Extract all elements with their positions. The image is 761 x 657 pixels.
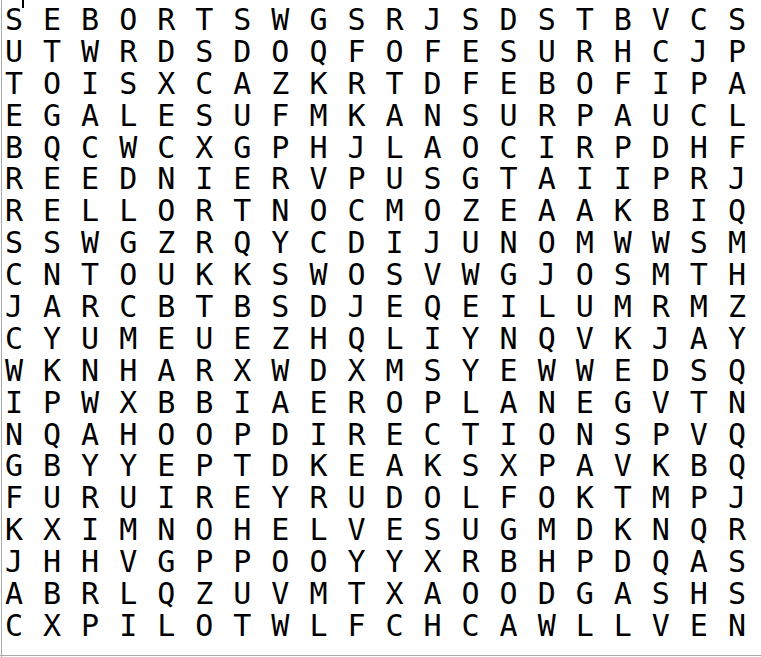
grid-cell[interactable]: E [157,323,195,355]
grid-cell[interactable]: U [157,259,195,291]
grid-cell[interactable]: Y [385,546,423,578]
grid-cell[interactable]: J [5,291,43,323]
grid-cell[interactable]: S [271,259,309,291]
grid-cell[interactable]: S [424,514,462,546]
grid-cell[interactable]: S [538,4,576,36]
grid-cell[interactable]: J [652,323,690,355]
grid-cell[interactable]: O [309,546,347,578]
grid-cell[interactable]: K [424,450,462,482]
grid-cell[interactable]: G [500,514,538,546]
grid-cell[interactable]: T [195,4,233,36]
grid-cell[interactable]: S [195,100,233,132]
grid-cell[interactable]: Q [157,578,195,610]
grid-cell[interactable]: C [119,291,157,323]
grid-cell[interactable]: S [195,36,233,68]
grid-cell[interactable]: I [233,387,271,419]
grid-cell[interactable]: C [309,227,347,259]
grid-cell[interactable]: K [614,195,652,227]
grid-cell[interactable]: W [462,259,500,291]
grid-cell[interactable]: E [233,323,271,355]
grid-cell[interactable]: E [43,4,81,36]
grid-cell[interactable]: U [233,578,271,610]
grid-cell[interactable]: I [538,132,576,164]
grid-cell[interactable]: O [500,578,538,610]
grid-cell[interactable]: W [5,355,43,387]
grid-cell[interactable]: E [233,163,271,195]
grid-cell[interactable]: R [309,482,347,514]
grid-cell[interactable]: K [43,355,81,387]
grid-cell[interactable]: A [614,100,652,132]
grid-cell[interactable]: D [233,36,271,68]
grid-cell[interactable]: J [728,163,761,195]
grid-cell[interactable]: R [576,36,614,68]
grid-cell[interactable]: L [728,100,761,132]
grid-cell[interactable]: L [309,610,347,642]
grid-cell[interactable]: H [309,132,347,164]
grid-cell[interactable]: O [309,195,347,227]
grid-cell[interactable]: T [385,68,423,100]
grid-cell[interactable]: W [81,36,119,68]
grid-cell[interactable]: C [157,132,195,164]
grid-cell[interactable]: A [385,450,423,482]
grid-cell[interactable]: S [614,259,652,291]
grid-cell[interactable]: N [43,259,81,291]
grid-cell[interactable]: O [43,68,81,100]
grid-cell[interactable]: Q [43,132,81,164]
grid-cell[interactable]: A [271,387,309,419]
grid-cell[interactable]: D [271,419,309,451]
grid-cell[interactable]: D [424,68,462,100]
grid-cell[interactable]: R [347,419,385,451]
grid-cell[interactable]: Z [271,68,309,100]
grid-cell[interactable]: Q [233,227,271,259]
grid-cell[interactable]: K [652,450,690,482]
grid-cell[interactable]: T [690,387,728,419]
grid-cell[interactable]: D [119,163,157,195]
grid-cell[interactable]: D [385,482,423,514]
grid-cell[interactable]: A [576,450,614,482]
grid-cell[interactable]: R [462,546,500,578]
grid-cell[interactable]: W [652,227,690,259]
grid-cell[interactable]: I [690,195,728,227]
grid-cell[interactable]: G [119,227,157,259]
grid-cell[interactable]: N [500,323,538,355]
grid-cell[interactable]: M [690,291,728,323]
grid-cell[interactable]: T [690,259,728,291]
grid-cell[interactable]: S [728,578,761,610]
grid-cell[interactable]: S [728,4,761,36]
grid-cell[interactable]: C [5,259,43,291]
grid-cell[interactable]: L [385,132,423,164]
grid-cell[interactable]: F [614,68,652,100]
grid-cell[interactable]: C [652,36,690,68]
grid-cell[interactable]: C [385,610,423,642]
grid-cell[interactable]: M [576,227,614,259]
grid-cell[interactable]: G [500,259,538,291]
grid-cell[interactable]: V [690,419,728,451]
grid-cell[interactable]: W [271,610,309,642]
grid-cell[interactable]: P [81,610,119,642]
grid-cell[interactable]: S [43,227,81,259]
grid-cell[interactable]: H [233,514,271,546]
grid-cell[interactable]: P [576,100,614,132]
grid-cell[interactable]: L [309,514,347,546]
grid-cell[interactable]: C [424,419,462,451]
grid-cell[interactable]: W [309,259,347,291]
grid-cell[interactable]: E [500,68,538,100]
grid-cell[interactable]: S [119,68,157,100]
grid-cell[interactable]: T [233,610,271,642]
grid-cell[interactable]: X [233,355,271,387]
grid-cell[interactable]: E [81,163,119,195]
grid-cell[interactable]: V [576,323,614,355]
grid-cell[interactable]: T [233,450,271,482]
grid-cell[interactable]: D [652,132,690,164]
grid-cell[interactable]: R [81,291,119,323]
grid-cell[interactable]: U [347,482,385,514]
grid-cell[interactable]: B [157,387,195,419]
grid-cell[interactable]: V [424,259,462,291]
grid-cell[interactable]: E [462,291,500,323]
grid-cell[interactable]: E [233,482,271,514]
grid-cell[interactable]: I [385,227,423,259]
grid-cell[interactable]: W [81,387,119,419]
grid-cell[interactable]: H [81,546,119,578]
grid-cell[interactable]: F [500,482,538,514]
grid-cell[interactable]: E [690,610,728,642]
grid-cell[interactable]: J [347,132,385,164]
grid-cell[interactable]: R [347,68,385,100]
grid-cell[interactable]: D [652,355,690,387]
grid-cell[interactable]: D [614,546,652,578]
grid-cell[interactable]: V [652,387,690,419]
grid-cell[interactable]: L [462,482,500,514]
grid-cell[interactable]: F [271,100,309,132]
grid-cell[interactable]: A [500,387,538,419]
grid-cell[interactable]: H [690,132,728,164]
grid-cell[interactable]: E [157,100,195,132]
grid-cell[interactable]: U [576,291,614,323]
grid-cell[interactable]: Y [271,482,309,514]
grid-cell[interactable]: S [424,355,462,387]
grid-cell[interactable]: V [309,163,347,195]
grid-cell[interactable]: F [347,36,385,68]
grid-cell[interactable]: W [119,132,157,164]
grid-cell[interactable]: U [538,36,576,68]
grid-cell[interactable]: F [347,610,385,642]
grid-cell[interactable]: S [5,4,43,36]
grid-cell[interactable]: A [538,195,576,227]
grid-cell[interactable]: S [462,100,500,132]
grid-cell[interactable]: Y [347,546,385,578]
grid-cell[interactable]: P [728,36,761,68]
grid-cell[interactable]: T [462,419,500,451]
grid-cell[interactable]: U [43,482,81,514]
grid-cell[interactable]: A [5,578,43,610]
grid-cell[interactable]: S [728,546,761,578]
grid-cell[interactable]: R [195,355,233,387]
grid-cell[interactable]: U [385,163,423,195]
grid-cell[interactable]: A [538,163,576,195]
grid-cell[interactable]: A [424,132,462,164]
grid-cell[interactable]: E [347,450,385,482]
grid-cell[interactable]: O [462,132,500,164]
grid-cell[interactable]: M [385,355,423,387]
grid-cell[interactable]: Z [462,195,500,227]
grid-cell[interactable]: S [462,4,500,36]
grid-cell[interactable]: W [538,355,576,387]
grid-cell[interactable]: W [271,355,309,387]
grid-cell[interactable]: U [233,100,271,132]
grid-cell[interactable]: O [424,482,462,514]
grid-cell[interactable]: D [538,578,576,610]
grid-cell[interactable]: U [462,227,500,259]
grid-cell[interactable]: E [614,355,652,387]
grid-cell[interactable]: I [576,163,614,195]
grid-cell[interactable]: M [119,323,157,355]
grid-cell[interactable]: A [424,578,462,610]
grid-cell[interactable]: V [271,578,309,610]
grid-cell[interactable]: Q [690,514,728,546]
grid-cell[interactable]: N [538,387,576,419]
grid-cell[interactable]: Y [119,450,157,482]
grid-cell[interactable]: D [576,514,614,546]
grid-cell[interactable]: J [5,546,43,578]
grid-cell[interactable]: M [652,259,690,291]
grid-cell[interactable]: Q [728,419,761,451]
grid-cell[interactable]: D [271,450,309,482]
grid-cell[interactable]: M [309,100,347,132]
grid-cell[interactable]: N [157,163,195,195]
grid-cell[interactable]: N [576,419,614,451]
grid-cell[interactable]: M [385,195,423,227]
grid-cell[interactable]: O [385,36,423,68]
grid-cell[interactable]: W [576,355,614,387]
grid-cell[interactable]: O [538,482,576,514]
grid-cell[interactable]: G [5,450,43,482]
grid-cell[interactable]: P [690,482,728,514]
grid-cell[interactable]: Q [309,36,347,68]
grid-cell[interactable]: W [614,227,652,259]
grid-cell[interactable]: V [347,514,385,546]
grid-cell[interactable]: G [157,546,195,578]
grid-cell[interactable]: L [119,100,157,132]
grid-cell[interactable]: K [233,259,271,291]
grid-cell[interactable]: X [195,132,233,164]
grid-cell[interactable]: Y [462,323,500,355]
grid-cell[interactable]: E [43,195,81,227]
grid-cell[interactable]: X [424,546,462,578]
grid-cell[interactable]: D [309,355,347,387]
grid-cell[interactable]: N [500,227,538,259]
grid-cell[interactable]: N [652,514,690,546]
grid-cell[interactable]: O [195,419,233,451]
grid-cell[interactable]: U [5,36,43,68]
grid-cell[interactable]: E [5,100,43,132]
grid-cell[interactable]: R [5,195,43,227]
grid-cell[interactable]: G [576,578,614,610]
grid-cell[interactable]: A [614,578,652,610]
grid-cell[interactable]: P [652,419,690,451]
grid-cell[interactable]: L [385,323,423,355]
grid-cell[interactable]: B [43,450,81,482]
grid-cell[interactable]: S [271,291,309,323]
grid-cell[interactable]: I [157,482,195,514]
grid-cell[interactable]: A [385,100,423,132]
grid-cell[interactable]: I [500,419,538,451]
word-search-grid[interactable]: SEBORTSWGSRJSDSTBVCSUTWRDSDOQFOFESURHCJP… [5,4,761,642]
grid-cell[interactable]: K [309,68,347,100]
grid-cell[interactable]: C [5,323,43,355]
grid-cell[interactable]: V [652,610,690,642]
grid-cell[interactable]: B [614,4,652,36]
grid-cell[interactable]: O [157,419,195,451]
grid-cell[interactable]: D [500,4,538,36]
grid-cell[interactable]: A [690,546,728,578]
grid-cell[interactable]: O [538,227,576,259]
grid-cell[interactable]: R [5,163,43,195]
grid-cell[interactable]: K [576,482,614,514]
grid-cell[interactable]: E [385,291,423,323]
grid-cell[interactable]: J [424,227,462,259]
grid-cell[interactable]: R [195,227,233,259]
grid-cell[interactable]: O [195,610,233,642]
grid-cell[interactable]: V [652,4,690,36]
grid-cell[interactable]: S [690,355,728,387]
grid-cell[interactable]: O [271,36,309,68]
grid-cell[interactable]: R [81,482,119,514]
grid-cell[interactable]: P [576,546,614,578]
grid-cell[interactable]: O [576,68,614,100]
grid-cell[interactable]: M [652,482,690,514]
grid-cell[interactable]: O [385,387,423,419]
grid-cell[interactable]: T [347,578,385,610]
grid-cell[interactable]: A [157,355,195,387]
grid-cell[interactable]: T [195,291,233,323]
grid-cell[interactable]: O [347,259,385,291]
grid-cell[interactable]: R [538,100,576,132]
grid-cell[interactable]: X [500,450,538,482]
grid-cell[interactable]: I [81,514,119,546]
grid-cell[interactable]: S [385,259,423,291]
grid-cell[interactable]: O [157,195,195,227]
grid-cell[interactable]: S [462,450,500,482]
grid-cell[interactable]: A [233,68,271,100]
grid-cell[interactable]: X [347,355,385,387]
grid-cell[interactable]: R [119,36,157,68]
grid-cell[interactable]: S [424,163,462,195]
grid-cell[interactable]: Z [195,578,233,610]
grid-cell[interactable]: X [43,514,81,546]
grid-cell[interactable]: T [81,259,119,291]
grid-cell[interactable]: E [157,450,195,482]
grid-cell[interactable]: C [690,4,728,36]
grid-cell[interactable]: T [576,4,614,36]
grid-cell[interactable]: C [195,68,233,100]
grid-cell[interactable]: L [119,578,157,610]
grid-cell[interactable]: B [81,4,119,36]
grid-cell[interactable]: R [385,4,423,36]
grid-cell[interactable]: T [5,68,43,100]
grid-cell[interactable]: Y [43,323,81,355]
grid-cell[interactable]: X [119,387,157,419]
grid-cell[interactable]: S [690,227,728,259]
grid-cell[interactable]: B [538,68,576,100]
grid-cell[interactable]: H [728,259,761,291]
grid-cell[interactable]: N [157,514,195,546]
grid-cell[interactable]: E [576,387,614,419]
grid-cell[interactable]: W [81,227,119,259]
grid-cell[interactable]: R [195,195,233,227]
grid-cell[interactable]: C [5,610,43,642]
grid-cell[interactable]: O [119,259,157,291]
grid-cell[interactable]: O [576,259,614,291]
grid-cell[interactable]: O [119,4,157,36]
grid-cell[interactable]: S [347,4,385,36]
grid-cell[interactable]: R [271,163,309,195]
grid-cell[interactable]: H [690,578,728,610]
grid-cell[interactable]: T [43,36,81,68]
grid-cell[interactable]: R [690,163,728,195]
grid-cell[interactable]: E [385,419,423,451]
grid-cell[interactable]: X [385,578,423,610]
grid-cell[interactable]: O [538,419,576,451]
grid-cell[interactable]: B [233,291,271,323]
grid-cell[interactable]: I [195,163,233,195]
grid-cell[interactable]: G [614,387,652,419]
grid-cell[interactable]: J [728,482,761,514]
grid-cell[interactable]: P [347,163,385,195]
grid-cell[interactable]: L [538,291,576,323]
grid-cell[interactable]: W [538,610,576,642]
grid-cell[interactable]: L [119,195,157,227]
grid-cell[interactable]: N [5,419,43,451]
grid-cell[interactable]: Y [271,227,309,259]
grid-cell[interactable]: A [43,291,81,323]
grid-cell[interactable]: O [271,546,309,578]
grid-cell[interactable]: L [157,610,195,642]
grid-cell[interactable]: Y [728,323,761,355]
grid-cell[interactable]: R [347,387,385,419]
grid-cell[interactable]: C [81,132,119,164]
grid-cell[interactable]: F [5,482,43,514]
grid-cell[interactable]: Q [728,355,761,387]
grid-cell[interactable]: L [81,195,119,227]
grid-cell[interactable]: Q [347,323,385,355]
grid-cell[interactable]: Q [728,450,761,482]
grid-cell[interactable]: Y [462,355,500,387]
grid-cell[interactable]: M [614,291,652,323]
grid-cell[interactable]: M [728,227,761,259]
grid-cell[interactable]: I [5,387,43,419]
grid-cell[interactable]: P [195,450,233,482]
grid-cell[interactable]: Q [728,195,761,227]
grid-cell[interactable]: S [614,419,652,451]
grid-cell[interactable]: H [119,419,157,451]
grid-cell[interactable]: B [500,546,538,578]
grid-cell[interactable]: S [5,227,43,259]
grid-cell[interactable]: P [690,68,728,100]
grid-cell[interactable]: I [424,323,462,355]
grid-cell[interactable]: X [157,68,195,100]
grid-cell[interactable]: K [614,514,652,546]
grid-cell[interactable]: E [500,195,538,227]
grid-cell[interactable]: R [157,4,195,36]
grid-cell[interactable]: A [81,419,119,451]
grid-cell[interactable]: I [119,610,157,642]
grid-cell[interactable]: J [424,4,462,36]
grid-cell[interactable]: E [309,387,347,419]
